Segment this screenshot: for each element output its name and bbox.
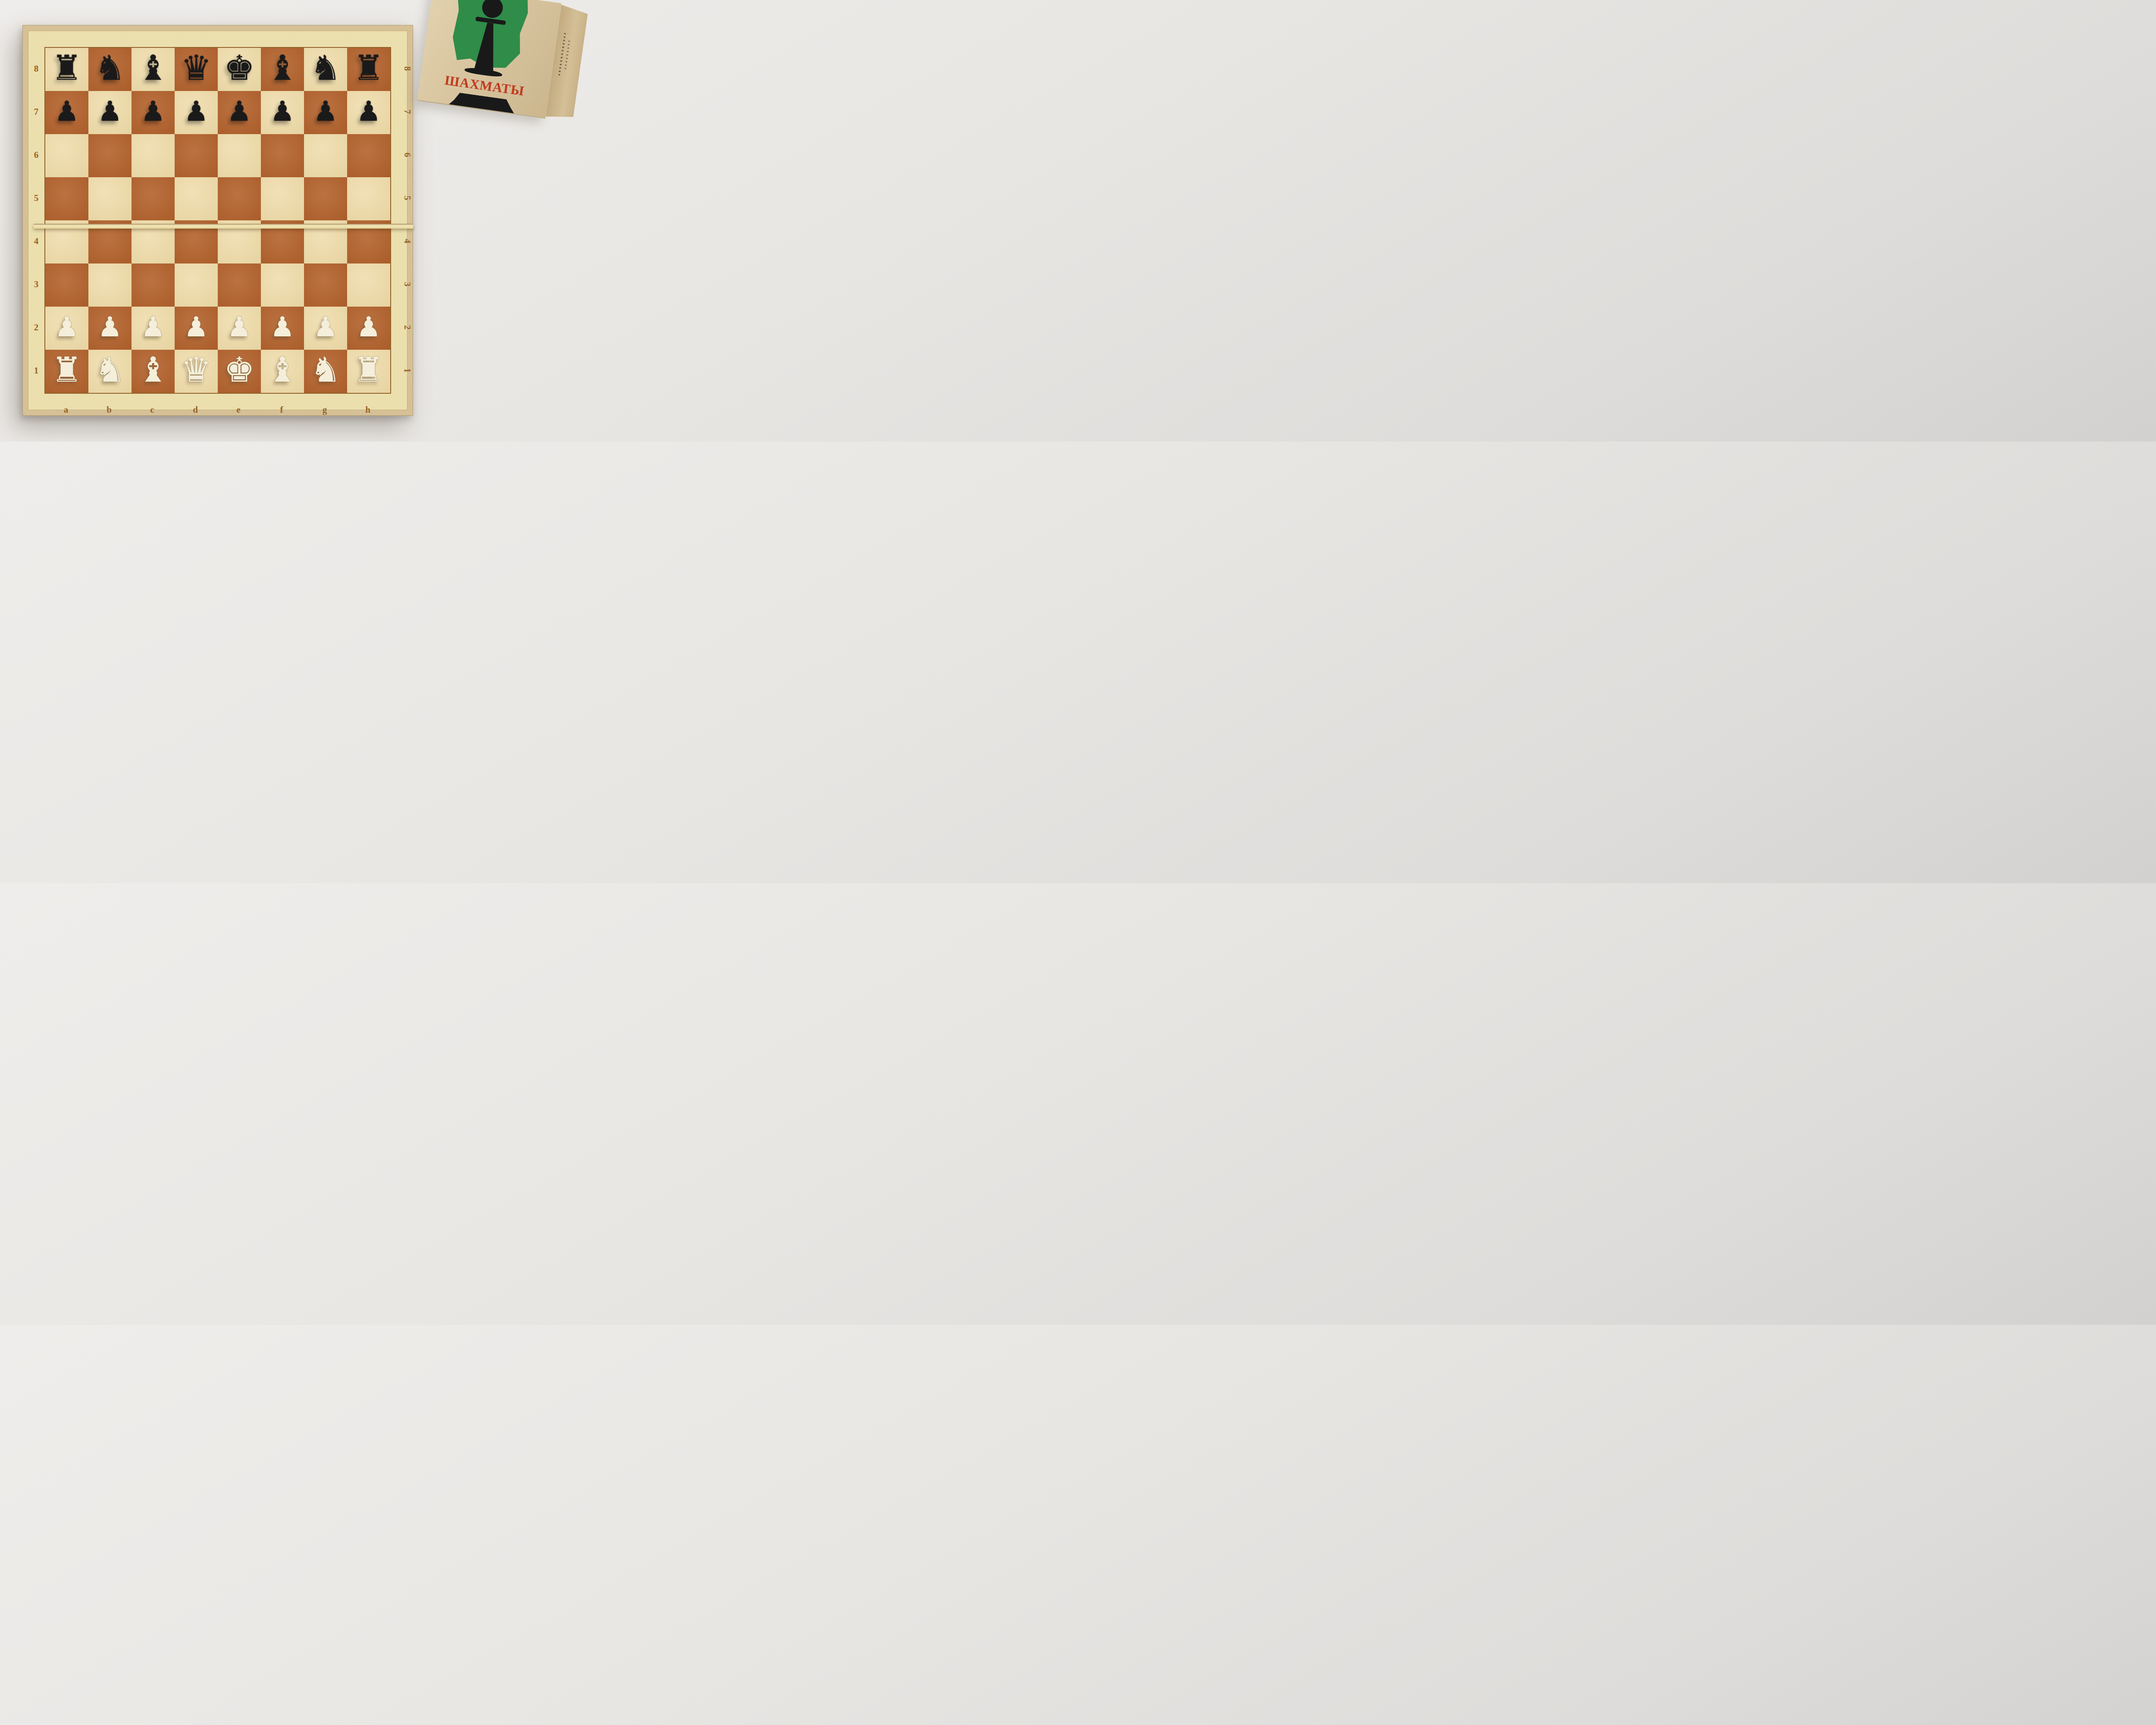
square-h5[interactable] [347,177,390,220]
square-g6[interactable] [304,134,347,177]
square-a7[interactable]: ♟ [45,91,88,134]
square-c7[interactable]: ♟ [132,91,175,134]
square-d6[interactable] [175,134,218,177]
square-a2[interactable]: ♟ [45,307,88,350]
black-pawn[interactable]: ♟ [313,97,338,125]
file-label-c: c [150,405,154,415]
square-b1[interactable]: ♞ [88,350,132,393]
rank-label-left-1: 1 [34,365,39,376]
white-knight[interactable]: ♞ [310,353,341,387]
square-g3[interactable] [304,263,347,307]
square-g1[interactable]: ♞ [304,350,347,393]
square-c5[interactable] [132,177,175,220]
square-f3[interactable] [261,263,304,307]
fine-print-lines [558,33,566,78]
white-pawn[interactable]: ♟ [356,313,381,341]
square-e1[interactable]: ♚ [218,350,261,393]
square-e8[interactable]: ♚ [218,48,261,91]
square-a8[interactable]: ♜ [45,48,88,91]
square-f2[interactable]: ♟ [261,307,304,350]
square-c3[interactable] [132,263,175,307]
white-pawn[interactable]: ♟ [141,313,165,341]
square-g8[interactable]: ♞ [304,48,347,91]
rank-label-right-8: 8 [402,66,413,71]
black-pawn[interactable]: ♟ [227,97,251,125]
file-label-e: e [236,405,240,415]
square-f5[interactable] [261,177,304,220]
white-bishop[interactable]: ♝ [267,353,298,387]
black-pawn[interactable]: ♟ [184,97,208,125]
file-label-f: f [280,405,283,415]
square-b6[interactable] [88,134,132,177]
rank-label-right-2: 2 [402,325,413,330]
rank-label-right-1: 1 [402,368,413,373]
file-label-g: g [323,405,327,415]
square-h1[interactable]: ♜ [347,350,390,393]
rank-label-right-7: 7 [402,110,413,114]
square-f6[interactable] [261,134,304,177]
rank-label-left-2: 2 [34,322,39,333]
black-pawn[interactable]: ♟ [270,97,295,125]
black-pawn[interactable]: ♟ [356,97,381,125]
chessboard: ♜♞♝♛♚♝♞♜♟♟♟♟♟♟♟♟♟♟♟♟♟♟♟♟♜♞♝♛♚♝♞♜ 8765432… [22,25,413,416]
file-label-d: d [193,405,198,415]
square-h7[interactable]: ♟ [347,91,390,134]
square-g2[interactable]: ♟ [304,307,347,350]
square-d8[interactable]: ♛ [175,48,218,91]
square-e7[interactable]: ♟ [218,91,261,134]
square-d2[interactable]: ♟ [175,307,218,350]
square-h3[interactable] [347,263,390,307]
white-bishop[interactable]: ♝ [138,353,169,387]
square-h6[interactable] [347,134,390,177]
white-queen[interactable]: ♛ [181,353,212,387]
chess-box-front: ШАХМАТЫ [417,0,561,119]
file-label-b: b [107,405,112,415]
square-c1[interactable]: ♝ [132,350,175,393]
white-pawn[interactable]: ♟ [97,313,122,341]
chess-box: ШАХМАТЫ [417,0,589,122]
black-bishop[interactable]: ♝ [267,51,298,85]
square-d1[interactable]: ♛ [175,350,218,393]
rank-label-left-6: 6 [34,150,39,160]
white-pawn[interactable]: ♟ [313,313,338,341]
square-a6[interactable] [45,134,88,177]
square-b5[interactable] [88,177,132,220]
board-grid: ♜♞♝♛♚♝♞♜♟♟♟♟♟♟♟♟♟♟♟♟♟♟♟♟♜♞♝♛♚♝♞♜ [44,47,391,394]
rank-label-left-3: 3 [34,279,39,290]
square-b7[interactable]: ♟ [88,91,132,134]
square-a1[interactable]: ♜ [45,350,88,393]
black-pawn[interactable]: ♟ [54,97,79,125]
black-king[interactable]: ♚ [224,51,255,85]
white-rook[interactable]: ♜ [51,353,82,387]
black-knight[interactable]: ♞ [310,51,341,85]
square-e5[interactable] [218,177,261,220]
file-label-a: a [64,405,69,415]
square-h2[interactable]: ♟ [347,307,390,350]
square-h8[interactable]: ♜ [347,48,390,91]
square-a3[interactable] [45,263,88,307]
square-b2[interactable]: ♟ [88,307,132,350]
square-f7[interactable]: ♟ [261,91,304,134]
white-pawn[interactable]: ♟ [227,313,251,341]
rank-label-left-4: 4 [34,236,39,247]
rank-label-left-5: 5 [34,193,39,204]
board-margin: ♜♞♝♛♚♝♞♜♟♟♟♟♟♟♟♟♟♟♟♟♟♟♟♟♜♞♝♛♚♝♞♜ 8765432… [28,31,407,410]
rank-label-right-4: 4 [402,239,413,244]
black-bishop[interactable]: ♝ [138,51,169,85]
black-rook[interactable]: ♜ [353,51,384,85]
square-g7[interactable]: ♟ [304,91,347,134]
square-f8[interactable]: ♝ [261,48,304,91]
square-c8[interactable]: ♝ [132,48,175,91]
square-f1[interactable]: ♝ [261,350,304,393]
square-c2[interactable]: ♟ [132,307,175,350]
white-pawn[interactable]: ♟ [54,313,79,341]
square-a5[interactable] [45,177,88,220]
white-king[interactable]: ♚ [224,353,255,387]
rank-label-left-8: 8 [34,63,39,74]
scene: ♜♞♝♛♚♝♞♜♟♟♟♟♟♟♟♟♟♟♟♟♟♟♟♟♜♞♝♛♚♝♞♜ 8765432… [0,0,662,442]
rank-label-right-5: 5 [402,196,413,201]
square-d5[interactable] [175,177,218,220]
file-label-h: h [365,405,370,415]
square-e3[interactable] [218,263,261,307]
square-d3[interactable] [175,263,218,307]
white-knight[interactable]: ♞ [94,353,125,387]
square-g5[interactable] [304,177,347,220]
square-b3[interactable] [88,263,132,307]
black-rook[interactable]: ♜ [51,51,82,85]
rank-label-right-3: 3 [402,282,413,287]
square-c6[interactable] [132,134,175,177]
white-rook[interactable]: ♜ [353,353,384,387]
black-pawn[interactable]: ♟ [97,97,122,125]
square-e6[interactable] [218,134,261,177]
rank-label-left-7: 7 [34,107,39,117]
black-knight[interactable]: ♞ [94,51,125,85]
square-e2[interactable]: ♟ [218,307,261,350]
rank-label-right-6: 6 [402,153,413,157]
board-fold-seam [34,224,413,229]
black-queen[interactable]: ♛ [181,51,212,85]
white-pawn[interactable]: ♟ [184,313,208,341]
white-pawn[interactable]: ♟ [270,313,295,341]
square-d7[interactable]: ♟ [175,91,218,134]
square-b8[interactable]: ♞ [88,48,132,91]
fine-print-lines [564,41,570,71]
black-pawn[interactable]: ♟ [141,97,165,125]
